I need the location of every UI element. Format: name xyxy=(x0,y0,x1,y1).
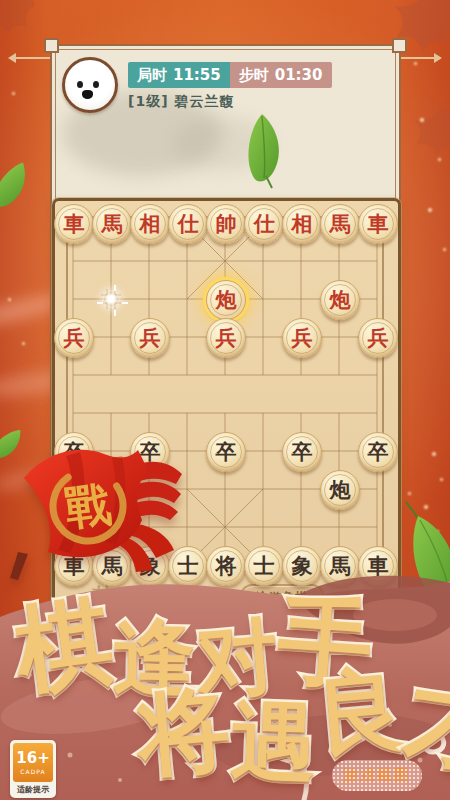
age-rating-value: 16+ xyxy=(16,751,49,766)
panel-corner-ornament xyxy=(392,38,407,53)
panel-corner-ornament xyxy=(44,38,59,53)
green-leaf xyxy=(0,156,34,220)
piece-black-c-r7c7[interactable]: 炮 xyxy=(320,470,360,510)
game-time-label: 局时 xyxy=(137,66,167,85)
piece-black-p-r6c4[interactable]: 卒 xyxy=(206,432,246,472)
slogan-char: 棋 xyxy=(8,576,121,718)
slogan-char: 将 xyxy=(133,667,236,800)
piece-black-p-r6c6[interactable]: 卒 xyxy=(282,432,322,472)
player-name: [1级] 碧云兰馥 xyxy=(128,93,234,111)
age-rating-badge: 16+ CADPA 适龄提示 xyxy=(10,740,56,798)
piece-red-p-r3c8[interactable]: 兵 xyxy=(358,318,398,358)
age-rating-square: 16+ CADPA xyxy=(13,743,53,782)
piece-red-p-r3c4[interactable]: 兵 xyxy=(206,318,246,358)
maple-leaf-decoration xyxy=(0,0,35,41)
avatar-nose xyxy=(82,90,93,99)
piece-red-a-r0c3[interactable]: 仕 xyxy=(168,204,208,244)
flag-character: 戰 xyxy=(62,476,114,535)
piece-black-p-r6c8[interactable]: 卒 xyxy=(358,432,398,472)
piece-red-k-r0c4[interactable]: 帥 xyxy=(206,204,246,244)
maple-leaf-decoration xyxy=(409,100,450,170)
game-time-value: 11:55 xyxy=(173,66,221,84)
piece-red-n-r0c7[interactable]: 馬 xyxy=(320,204,360,244)
piece-red-p-r3c0[interactable]: 兵 xyxy=(54,318,94,358)
piece-red-r-r0c8[interactable]: 車 xyxy=(358,204,398,244)
piece-red-a-r0c5[interactable]: 仕 xyxy=(244,204,284,244)
step-time-value: 01:30 xyxy=(275,66,323,84)
watermark-text: 游戏截图 xyxy=(343,766,411,785)
watermark-stamp: 游戏截图 xyxy=(332,760,422,791)
slogan-char: 遇 xyxy=(228,683,319,800)
last-move-origin-sparkle xyxy=(104,292,118,306)
piece-red-p-r3c6[interactable]: 兵 xyxy=(282,318,322,358)
piece-red-n-r0c1[interactable]: 馬 xyxy=(92,204,132,244)
piece-red-r-r0c0[interactable]: 車 xyxy=(54,204,94,244)
piece-red-b-r0c6[interactable]: 相 xyxy=(282,204,322,244)
game-screen: TUYOOGAMES 局时 11:55 步时 01:30 [1级] 碧云兰馥 xyxy=(0,0,450,800)
piece-red-c-r2c7[interactable]: 炮 xyxy=(320,280,360,320)
piece-red-b-r0c2[interactable]: 相 xyxy=(130,204,170,244)
step-time-label: 步时 xyxy=(239,66,269,85)
avatar-eye xyxy=(93,81,99,88)
age-rating-note: 适龄提示 xyxy=(17,784,49,795)
piece-red-c-r2c4[interactable]: 炮 xyxy=(206,280,246,320)
green-leaf xyxy=(232,112,296,192)
timer-bar: 局时 11:55 步时 01:30 xyxy=(128,62,332,88)
step-time-badge: 步时 01:30 xyxy=(230,62,332,88)
player-avatar[interactable] xyxy=(62,57,118,113)
piece-red-p-r3c2[interactable]: 兵 xyxy=(130,318,170,358)
avatar-eye xyxy=(77,81,83,88)
game-time-badge: 局时 11:55 xyxy=(128,62,230,88)
age-rating-org: CADPA xyxy=(20,768,45,775)
